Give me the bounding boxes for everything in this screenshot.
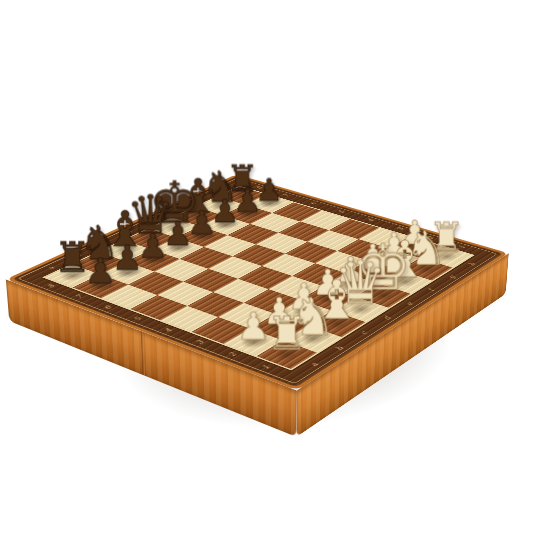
piece-black-pawn-a7: ♟ (65, 253, 137, 288)
hinge-seam (141, 331, 145, 376)
product-photo: 88aa77bb66cc55dd44ee33ff22gg11hh ♜♞♝♚♛♝♞… (0, 0, 540, 540)
chess-board-3d: 88aa77bb66cc55dd44ee33ff22gg11hh ♜♞♝♚♛♝♞… (6, 174, 509, 390)
piece-white-rook-a1: ♜ (247, 311, 326, 357)
